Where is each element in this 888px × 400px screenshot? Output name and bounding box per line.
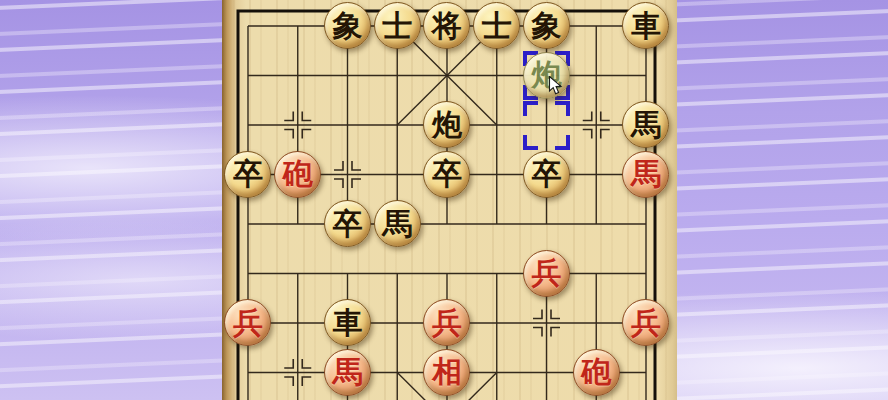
- piece-black-general[interactable]: 将: [423, 2, 470, 49]
- piece-glyph: 炮: [432, 110, 462, 140]
- board-point-f8r7[interactable]: [621, 348, 671, 398]
- board-point-f8r0[interactable]: 車: [621, 1, 671, 51]
- board-point-f8r2[interactable]: 馬: [621, 100, 671, 150]
- piece-glyph: 兵: [631, 308, 661, 338]
- piece-black-soldier[interactable]: 卒: [523, 151, 570, 198]
- piece-red-soldier[interactable]: 兵: [622, 299, 669, 346]
- board-point-f5r0[interactable]: 士: [472, 1, 522, 51]
- board-point-f3r2[interactable]: [372, 100, 422, 150]
- board-point-f8r1[interactable]: [621, 51, 671, 101]
- board-point-f3r6[interactable]: [372, 298, 422, 348]
- board-point-f4r6[interactable]: 兵: [422, 298, 472, 348]
- board-point-f0r6[interactable]: 兵: [223, 298, 273, 348]
- board-point-f7r0[interactable]: [571, 1, 621, 51]
- board-point-f1r2[interactable]: [273, 100, 323, 150]
- board-point-f1r0[interactable]: [273, 1, 323, 51]
- board-point-f3r1[interactable]: [372, 51, 422, 101]
- board-point-f4r0[interactable]: 将: [422, 1, 472, 51]
- board-point-f2r5[interactable]: [323, 249, 373, 299]
- piece-glyph: 卒: [332, 209, 362, 239]
- board-point-f8r5[interactable]: [621, 249, 671, 299]
- piece-glyph: 相: [432, 357, 462, 387]
- piece-red-horse[interactable]: 馬: [324, 349, 371, 396]
- piece-glyph: 兵: [233, 308, 263, 338]
- board-point-f6r4[interactable]: [522, 199, 572, 249]
- board-point-f0r5[interactable]: [223, 249, 273, 299]
- piece-black-horse[interactable]: 馬: [622, 101, 669, 148]
- piece-black-chariot[interactable]: 車: [324, 299, 371, 346]
- piece-glyph: 馬: [631, 159, 661, 189]
- board-point-f7r5[interactable]: [571, 249, 621, 299]
- board-point-f7r4[interactable]: [571, 199, 621, 249]
- board-point-f1r1[interactable]: [273, 51, 323, 101]
- board-point-f2r7[interactable]: 馬: [323, 348, 373, 398]
- piece-glyph: 車: [332, 308, 362, 338]
- mouse-cursor-icon: [548, 76, 564, 96]
- board-point-f7r2[interactable]: [571, 100, 621, 150]
- piece-red-cannon[interactable]: 砲: [573, 349, 620, 396]
- board-point-f4r2[interactable]: 炮: [422, 100, 472, 150]
- piece-glyph: 象: [531, 11, 561, 41]
- board-point-f6r0[interactable]: 象: [522, 1, 572, 51]
- board-point-f3r4[interactable]: 馬: [372, 199, 422, 249]
- board-point-f1r3[interactable]: 砲: [273, 150, 323, 200]
- board-point-f1r4[interactable]: [273, 199, 323, 249]
- board-point-f0r7[interactable]: [223, 348, 273, 398]
- board-point-f4r3[interactable]: 卒: [422, 150, 472, 200]
- piece-glyph: 将: [432, 11, 462, 41]
- piece-glyph: 車: [631, 11, 661, 41]
- board-point-f6r7[interactable]: [522, 348, 572, 398]
- board-point-f5r6[interactable]: [472, 298, 522, 348]
- board-point-f3r5[interactable]: [372, 249, 422, 299]
- piece-glyph: 兵: [432, 308, 462, 338]
- piece-glyph: 卒: [233, 159, 263, 189]
- piece-black-soldier[interactable]: 卒: [324, 200, 371, 247]
- piece-black-soldier[interactable]: 卒: [423, 151, 470, 198]
- board-point-f1r6[interactable]: [273, 298, 323, 348]
- board-point-f3r7[interactable]: [372, 348, 422, 398]
- piece-glyph: 馬: [332, 357, 362, 387]
- board-point-f5r2[interactable]: [472, 100, 522, 150]
- board-point-f5r4[interactable]: [472, 199, 522, 249]
- board-point-f2r1[interactable]: [323, 51, 373, 101]
- piece-red-soldier[interactable]: 兵: [523, 250, 570, 297]
- piece-black-advisor[interactable]: 士: [374, 2, 421, 49]
- piece-red-soldier[interactable]: 兵: [224, 299, 271, 346]
- board-point-f4r1[interactable]: [422, 51, 472, 101]
- board-point-f7r1[interactable]: [571, 51, 621, 101]
- piece-glyph: 砲: [581, 357, 611, 387]
- piece-red-horse[interactable]: 馬: [622, 151, 669, 198]
- board-point-f3r3[interactable]: [372, 150, 422, 200]
- board-point-f4r4[interactable]: [422, 199, 472, 249]
- board-point-f6r5[interactable]: 兵: [522, 249, 572, 299]
- piece-glyph: 兵: [531, 258, 561, 288]
- piece-black-cannon[interactable]: 炮: [423, 101, 470, 148]
- piece-glyph: 士: [482, 11, 512, 41]
- board-point-f8r6[interactable]: 兵: [621, 298, 671, 348]
- board-point-f7r6[interactable]: [571, 298, 621, 348]
- board-point-f1r7[interactable]: [273, 348, 323, 398]
- piece-red-elephant[interactable]: 相: [423, 349, 470, 396]
- board-point-f0r1[interactable]: [223, 51, 273, 101]
- board-point-f4r7[interactable]: 相: [422, 348, 472, 398]
- piece-glyph: 象: [332, 11, 362, 41]
- board-point-f7r7[interactable]: 砲: [571, 348, 621, 398]
- piece-black-elephant[interactable]: 象: [324, 2, 371, 49]
- board-point-f8r3[interactable]: 馬: [621, 150, 671, 200]
- piece-glyph: 馬: [382, 209, 412, 239]
- board-point-f2r0[interactable]: 象: [323, 1, 373, 51]
- piece-glyph: 砲: [283, 159, 313, 189]
- piece-glyph: 卒: [531, 159, 561, 189]
- board-point-f0r4[interactable]: [223, 199, 273, 249]
- board-point-f6r2[interactable]: [522, 100, 572, 150]
- board-point-f5r5[interactable]: [472, 249, 522, 299]
- piece-glyph: 士: [382, 11, 412, 41]
- piece-black-horse[interactable]: 馬: [374, 200, 421, 247]
- board-point-f5r1[interactable]: [472, 51, 522, 101]
- board-point-f0r2[interactable]: [223, 100, 273, 150]
- board-point-f8r4[interactable]: [621, 199, 671, 249]
- board-point-f2r6[interactable]: 車: [323, 298, 373, 348]
- board-point-f3r0[interactable]: 士: [372, 1, 422, 51]
- piece-black-advisor[interactable]: 士: [473, 2, 520, 49]
- board-point-f1r5[interactable]: [273, 249, 323, 299]
- xiangqi-board: 象士将士象車炮炮馬卒砲卒卒馬卒馬兵兵車兵兵馬相砲: [222, 0, 677, 400]
- board-point-f6r6[interactable]: [522, 298, 572, 348]
- piece-glyph: 馬: [631, 110, 661, 140]
- board-point-f6r3[interactable]: 卒: [522, 150, 572, 200]
- board-point-f2r4[interactable]: 卒: [323, 199, 373, 249]
- board-point-f2r2[interactable]: [323, 100, 373, 150]
- board-point-f5r7[interactable]: [472, 348, 522, 398]
- piece-glyph: 卒: [432, 159, 462, 189]
- board-grid: 象士将士象車炮炮馬卒砲卒卒馬卒馬兵兵車兵兵馬相砲: [223, 1, 671, 397]
- piece-red-soldier[interactable]: 兵: [423, 299, 470, 346]
- board-point-f2r3[interactable]: [323, 150, 373, 200]
- board-point-f5r3[interactable]: [472, 150, 522, 200]
- piece-black-soldier[interactable]: 卒: [224, 151, 271, 198]
- board-point-f4r5[interactable]: [422, 249, 472, 299]
- board-point-f0r0[interactable]: [223, 1, 273, 51]
- board-point-f0r3[interactable]: 卒: [223, 150, 273, 200]
- piece-black-chariot[interactable]: 車: [622, 2, 669, 49]
- piece-red-cannon[interactable]: 砲: [274, 151, 321, 198]
- board-point-f7r3[interactable]: [571, 150, 621, 200]
- piece-black-elephant[interactable]: 象: [523, 2, 570, 49]
